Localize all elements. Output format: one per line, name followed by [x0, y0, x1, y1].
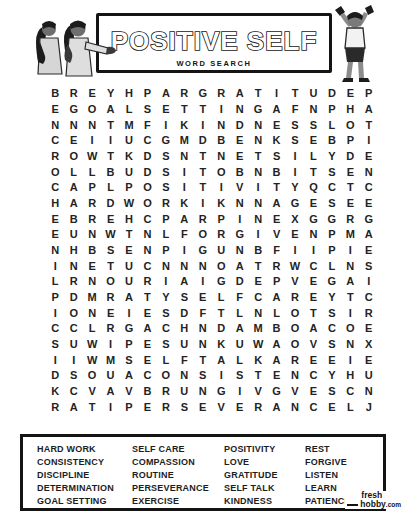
grid-cell[interactable]: I	[212, 180, 230, 196]
grid-cell[interactable]: L	[323, 258, 341, 274]
grid-cell[interactable]: N	[212, 117, 230, 133]
grid-cell[interactable]: E	[138, 352, 156, 368]
grid-cell[interactable]: A	[230, 86, 248, 102]
grid-cell[interactable]: R	[64, 274, 82, 290]
grid-cell[interactable]: L	[341, 399, 359, 415]
grid-cell[interactable]: L	[230, 305, 248, 321]
grid-cell[interactable]: A	[175, 211, 193, 227]
grid-cell[interactable]: O	[212, 164, 230, 180]
grid-cell[interactable]: E	[323, 352, 341, 368]
grid-cell[interactable]: A	[230, 321, 248, 337]
grid-cell[interactable]: U	[212, 243, 230, 259]
grid-cell[interactable]: F	[175, 352, 193, 368]
grid-cell[interactable]: H	[46, 196, 64, 212]
grid-cell[interactable]: N	[64, 258, 82, 274]
grid-cell[interactable]: F	[175, 227, 193, 243]
grid-cell[interactable]: N	[194, 258, 212, 274]
grid-cell[interactable]: S	[120, 352, 138, 368]
grid-cell[interactable]: S	[323, 305, 341, 321]
grid-cell[interactable]: N	[249, 164, 267, 180]
grid-cell[interactable]: S	[101, 243, 119, 259]
grid-cell[interactable]: A	[304, 321, 322, 337]
grid-cell[interactable]: V	[304, 337, 322, 353]
grid-cell[interactable]: E	[304, 274, 322, 290]
grid-cell[interactable]: T	[212, 305, 230, 321]
grid-cell[interactable]: I	[304, 243, 322, 259]
grid-cell[interactable]: S	[323, 337, 341, 353]
grid-cell[interactable]: H	[64, 243, 82, 259]
grid-cell[interactable]: S	[323, 384, 341, 400]
grid-cell[interactable]: E	[286, 227, 304, 243]
grid-cell[interactable]: P	[120, 399, 138, 415]
grid-cell[interactable]: T	[249, 86, 267, 102]
grid-cell[interactable]: E	[157, 102, 175, 118]
grid-cell[interactable]: Y	[101, 86, 119, 102]
grid-cell[interactable]: Y	[323, 149, 341, 165]
grid-cell[interactable]: A	[120, 290, 138, 306]
grid-cell[interactable]: N	[83, 117, 101, 133]
grid-cell[interactable]: T	[286, 86, 304, 102]
grid-cell[interactable]: N	[360, 164, 378, 180]
grid-cell[interactable]: C	[46, 180, 64, 196]
grid-cell[interactable]: P	[157, 211, 175, 227]
grid-cell[interactable]: C	[341, 384, 359, 400]
grid-cell[interactable]: L	[323, 117, 341, 133]
grid-cell[interactable]: R	[64, 86, 82, 102]
grid-cell[interactable]: R	[212, 227, 230, 243]
grid-cell[interactable]: E	[304, 290, 322, 306]
grid-cell[interactable]: A	[64, 196, 82, 212]
grid-cell[interactable]: I	[101, 399, 119, 415]
grid-cell[interactable]: R	[341, 211, 359, 227]
grid-cell[interactable]: I	[46, 352, 64, 368]
grid-cell[interactable]: E	[341, 196, 359, 212]
grid-cell[interactable]: R	[101, 290, 119, 306]
grid-cell[interactable]: G	[120, 321, 138, 337]
grid-cell[interactable]: D	[138, 149, 156, 165]
grid-cell[interactable]: T	[194, 149, 212, 165]
grid-cell[interactable]: A	[212, 352, 230, 368]
grid-cell[interactable]: S	[157, 180, 175, 196]
grid-cell[interactable]: M	[249, 321, 267, 337]
grid-cell[interactable]: I	[249, 227, 267, 243]
grid-cell[interactable]: E	[341, 86, 359, 102]
grid-cell[interactable]: O	[138, 196, 156, 212]
grid-cell[interactable]: K	[175, 196, 193, 212]
grid-cell[interactable]: O	[286, 321, 304, 337]
grid-cell[interactable]: X	[360, 337, 378, 353]
grid-cell[interactable]: S	[157, 337, 175, 353]
grid-cell[interactable]: I	[120, 305, 138, 321]
grid-cell[interactable]: P	[46, 290, 64, 306]
grid-cell[interactable]: C	[138, 368, 156, 384]
grid-cell[interactable]: A	[267, 399, 285, 415]
grid-cell[interactable]: E	[64, 133, 82, 149]
grid-cell[interactable]: N	[249, 133, 267, 149]
grid-cell[interactable]: G	[230, 227, 248, 243]
grid-cell[interactable]: E	[46, 227, 64, 243]
grid-cell[interactable]: T	[249, 368, 267, 384]
grid-cell[interactable]: I	[286, 164, 304, 180]
grid-cell[interactable]: B	[64, 211, 82, 227]
grid-cell[interactable]: I	[194, 117, 212, 133]
grid-cell[interactable]: E	[194, 290, 212, 306]
grid-cell[interactable]: N	[46, 117, 64, 133]
grid-cell[interactable]: N	[230, 102, 248, 118]
grid-cell[interactable]: L	[83, 321, 101, 337]
grid-cell[interactable]: I	[175, 164, 193, 180]
grid-cell[interactable]: I	[212, 368, 230, 384]
grid-cell[interactable]: E	[46, 211, 64, 227]
grid-cell[interactable]: N	[249, 196, 267, 212]
grid-cell[interactable]: W	[83, 337, 101, 353]
grid-cell[interactable]: P	[138, 86, 156, 102]
grid-cell[interactable]: B	[249, 243, 267, 259]
grid-cell[interactable]: E	[360, 149, 378, 165]
grid-cell[interactable]: N	[286, 368, 304, 384]
grid-cell[interactable]: F	[286, 102, 304, 118]
grid-cell[interactable]: I	[249, 180, 267, 196]
grid-cell[interactable]: S	[360, 258, 378, 274]
grid-cell[interactable]: E	[230, 133, 248, 149]
grid-cell[interactable]: R	[286, 352, 304, 368]
grid-cell[interactable]: V	[249, 384, 267, 400]
grid-cell[interactable]: M	[120, 117, 138, 133]
grid-cell[interactable]: B	[212, 133, 230, 149]
grid-cell[interactable]: N	[249, 305, 267, 321]
grid-cell[interactable]: Y	[323, 290, 341, 306]
grid-cell[interactable]: E	[230, 149, 248, 165]
grid-cell[interactable]: B	[267, 164, 285, 180]
grid-cell[interactable]: T	[101, 149, 119, 165]
grid-cell[interactable]: I	[341, 243, 359, 259]
grid-cell[interactable]: N	[194, 337, 212, 353]
grid-cell[interactable]: C	[46, 321, 64, 337]
grid-cell[interactable]: C	[157, 321, 175, 337]
grid-cell[interactable]: G	[323, 211, 341, 227]
grid-cell[interactable]: E	[101, 305, 119, 321]
grid-cell[interactable]: S	[304, 117, 322, 133]
grid-cell[interactable]: E	[267, 211, 285, 227]
grid-cell[interactable]: L	[157, 352, 175, 368]
grid-cell[interactable]: I	[341, 305, 359, 321]
grid-cell[interactable]: L	[101, 180, 119, 196]
grid-cell[interactable]: D	[64, 290, 82, 306]
grid-cell[interactable]: N	[83, 227, 101, 243]
grid-cell[interactable]: M	[101, 352, 119, 368]
grid-cell[interactable]: N	[360, 384, 378, 400]
grid-cell[interactable]: D	[46, 368, 64, 384]
grid-cell[interactable]: R	[101, 321, 119, 337]
grid-cell[interactable]: E	[230, 399, 248, 415]
grid-cell[interactable]: A	[360, 227, 378, 243]
grid-cell[interactable]: M	[83, 290, 101, 306]
grid-cell[interactable]: G	[157, 133, 175, 149]
grid-cell[interactable]: N	[83, 274, 101, 290]
grid-cell[interactable]: A	[101, 102, 119, 118]
grid-cell[interactable]: T	[249, 258, 267, 274]
grid-cell[interactable]: R	[360, 305, 378, 321]
grid-cell[interactable]: H	[175, 321, 193, 337]
grid-cell[interactable]: E	[304, 196, 322, 212]
grid-cell[interactable]: O	[64, 149, 82, 165]
grid-cell[interactable]: R	[138, 274, 156, 290]
grid-cell[interactable]: D	[212, 321, 230, 337]
grid-cell[interactable]: E	[323, 399, 341, 415]
grid-cell[interactable]: O	[286, 337, 304, 353]
grid-cell[interactable]: E	[360, 243, 378, 259]
grid-cell[interactable]: B	[230, 164, 248, 180]
grid-cell[interactable]: S	[157, 149, 175, 165]
grid-cell[interactable]: O	[341, 117, 359, 133]
grid-cell[interactable]: S	[194, 368, 212, 384]
grid-cell[interactable]: R	[286, 290, 304, 306]
grid-cell[interactable]: E	[83, 86, 101, 102]
grid-cell[interactable]: I	[175, 180, 193, 196]
grid-cell[interactable]: C	[64, 321, 82, 337]
grid-cell[interactable]: T	[341, 290, 359, 306]
grid-cell[interactable]: G	[194, 86, 212, 102]
grid-cell[interactable]: G	[249, 102, 267, 118]
grid-cell[interactable]: C	[304, 399, 322, 415]
grid-cell[interactable]: I	[175, 243, 193, 259]
grid-cell[interactable]: Y	[157, 290, 175, 306]
grid-cell[interactable]: E	[267, 368, 285, 384]
grid-cell[interactable]: A	[175, 274, 193, 290]
grid-cell[interactable]: K	[212, 196, 230, 212]
grid-cell[interactable]: L	[64, 164, 82, 180]
grid-cell[interactable]: U	[64, 227, 82, 243]
grid-cell[interactable]: V	[286, 274, 304, 290]
grid-cell[interactable]: F	[138, 117, 156, 133]
grid-cell[interactable]: B	[46, 86, 64, 102]
grid-cell[interactable]: R	[249, 399, 267, 415]
grid-cell[interactable]: P	[267, 274, 285, 290]
grid-cell[interactable]: O	[83, 368, 101, 384]
grid-cell[interactable]: J	[360, 399, 378, 415]
grid-cell[interactable]: P	[341, 133, 359, 149]
grid-cell[interactable]: A	[101, 384, 119, 400]
grid-cell[interactable]: W	[286, 258, 304, 274]
grid-cell[interactable]: E	[46, 102, 64, 118]
grid-cell[interactable]: D	[323, 86, 341, 102]
grid-cell[interactable]: T	[138, 290, 156, 306]
grid-cell[interactable]: V	[267, 227, 285, 243]
grid-cell[interactable]: C	[138, 211, 156, 227]
grid-cell[interactable]: A	[64, 399, 82, 415]
grid-cell[interactable]: S	[64, 368, 82, 384]
grid-cell[interactable]: E	[83, 258, 101, 274]
grid-cell[interactable]: I	[46, 305, 64, 321]
grid-cell[interactable]: G	[212, 274, 230, 290]
grid-cell[interactable]: A	[267, 290, 285, 306]
grid-cell[interactable]: I	[157, 117, 175, 133]
grid-cell[interactable]: G	[64, 102, 82, 118]
grid-cell[interactable]: O	[83, 102, 101, 118]
grid-cell[interactable]: S	[46, 337, 64, 353]
grid-cell[interactable]: E	[249, 274, 267, 290]
grid-cell[interactable]: A	[267, 352, 285, 368]
grid-cell[interactable]: P	[323, 243, 341, 259]
grid-cell[interactable]: O	[341, 321, 359, 337]
grid-cell[interactable]: L	[120, 102, 138, 118]
grid-cell[interactable]: C	[323, 180, 341, 196]
grid-cell[interactable]: E	[138, 337, 156, 353]
grid-cell[interactable]: V	[83, 384, 101, 400]
grid-cell[interactable]: G	[212, 384, 230, 400]
grid-cell[interactable]: L	[304, 149, 322, 165]
grid-cell[interactable]: E	[194, 399, 212, 415]
grid-cell[interactable]: T	[83, 399, 101, 415]
grid-cell[interactable]: T	[360, 117, 378, 133]
grid-cell[interactable]: Q	[304, 180, 322, 196]
grid-cell[interactable]: I	[101, 133, 119, 149]
grid-cell[interactable]: E	[101, 211, 119, 227]
grid-cell[interactable]: E	[360, 196, 378, 212]
grid-cell[interactable]: T	[101, 258, 119, 274]
grid-cell[interactable]: D	[101, 196, 119, 212]
grid-cell[interactable]: N	[304, 102, 322, 118]
grid-cell[interactable]: U	[120, 164, 138, 180]
grid-cell[interactable]: C	[138, 258, 156, 274]
grid-cell[interactable]: L	[230, 352, 248, 368]
grid-cell[interactable]: X	[286, 211, 304, 227]
grid-cell[interactable]: T	[194, 164, 212, 180]
grid-cell[interactable]: U	[120, 274, 138, 290]
grid-cell[interactable]: W	[120, 196, 138, 212]
grid-cell[interactable]: M	[341, 227, 359, 243]
grid-cell[interactable]: I	[360, 274, 378, 290]
grid-cell[interactable]: Y	[323, 368, 341, 384]
grid-cell[interactable]: K	[267, 133, 285, 149]
grid-cell[interactable]: E	[267, 117, 285, 133]
grid-cell[interactable]: V	[212, 399, 230, 415]
grid-cell[interactable]: A	[360, 102, 378, 118]
grid-cell[interactable]: S	[138, 102, 156, 118]
grid-cell[interactable]: W	[101, 227, 119, 243]
grid-cell[interactable]: E	[360, 321, 378, 337]
grid-cell[interactable]: Y	[286, 180, 304, 196]
grid-cell[interactable]: A	[120, 368, 138, 384]
grid-cell[interactable]: I	[286, 243, 304, 259]
grid-cell[interactable]: H	[120, 86, 138, 102]
grid-cell[interactable]: N	[304, 227, 322, 243]
grid-cell[interactable]: S	[286, 133, 304, 149]
grid-cell[interactable]: S	[286, 117, 304, 133]
grid-cell[interactable]: U	[120, 133, 138, 149]
grid-cell[interactable]: T	[194, 352, 212, 368]
grid-cell[interactable]: W	[249, 337, 267, 353]
grid-cell[interactable]: O	[157, 368, 175, 384]
grid-cell[interactable]: R	[46, 399, 64, 415]
grid-cell[interactable]: C	[360, 180, 378, 196]
grid-cell[interactable]: N	[249, 117, 267, 133]
grid-cell[interactable]: W	[83, 149, 101, 165]
grid-cell[interactable]: I	[194, 196, 212, 212]
grid-cell[interactable]: R	[157, 399, 175, 415]
grid-cell[interactable]: C	[46, 133, 64, 149]
grid-cell[interactable]: C	[249, 290, 267, 306]
grid-cell[interactable]: A	[64, 180, 82, 196]
grid-cell[interactable]: A	[267, 337, 285, 353]
grid-cell[interactable]: V	[286, 384, 304, 400]
grid-cell[interactable]: I	[286, 149, 304, 165]
grid-cell[interactable]: G	[360, 211, 378, 227]
grid-cell[interactable]: V	[230, 180, 248, 196]
grid-cell[interactable]: F	[194, 305, 212, 321]
grid-cell[interactable]: U	[101, 368, 119, 384]
grid-cell[interactable]: L	[267, 305, 285, 321]
grid-cell[interactable]: H	[120, 211, 138, 227]
grid-cell[interactable]: P	[323, 227, 341, 243]
grid-cell[interactable]: R	[157, 384, 175, 400]
grid-cell[interactable]: U	[175, 337, 193, 353]
grid-cell[interactable]: F	[230, 290, 248, 306]
grid-cell[interactable]: S	[323, 164, 341, 180]
grid-cell[interactable]: U	[175, 384, 193, 400]
grid-cell[interactable]: K	[120, 149, 138, 165]
grid-cell[interactable]: S	[157, 164, 175, 180]
grid-cell[interactable]: I	[341, 352, 359, 368]
grid-cell[interactable]: L	[157, 227, 175, 243]
grid-cell[interactable]: T	[120, 227, 138, 243]
grid-cell[interactable]: T	[341, 180, 359, 196]
grid-cell[interactable]: N	[341, 258, 359, 274]
grid-cell[interactable]: N	[175, 258, 193, 274]
grid-cell[interactable]: A	[157, 86, 175, 102]
grid-cell[interactable]: I	[212, 102, 230, 118]
grid-cell[interactable]: U	[360, 368, 378, 384]
grid-cell[interactable]: T	[249, 149, 267, 165]
grid-cell[interactable]: I	[230, 211, 248, 227]
grid-cell[interactable]: N	[138, 227, 156, 243]
grid-cell[interactable]: I	[230, 384, 248, 400]
grid-cell[interactable]: A	[267, 196, 285, 212]
grid-cell[interactable]: A	[267, 102, 285, 118]
grid-cell[interactable]: G	[194, 243, 212, 259]
grid-cell[interactable]: M	[175, 133, 193, 149]
grid-cell[interactable]: C	[304, 368, 322, 384]
grid-cell[interactable]: O	[194, 227, 212, 243]
grid-cell[interactable]: N	[194, 321, 212, 337]
grid-cell[interactable]: O	[64, 305, 82, 321]
grid-cell[interactable]: U	[64, 337, 82, 353]
grid-cell[interactable]: T	[304, 305, 322, 321]
grid-cell[interactable]: N	[286, 399, 304, 415]
grid-cell[interactable]: R	[83, 211, 101, 227]
grid-cell[interactable]: N	[83, 305, 101, 321]
grid-cell[interactable]: T	[304, 164, 322, 180]
grid-cell[interactable]: R	[194, 211, 212, 227]
grid-cell[interactable]: L	[46, 274, 64, 290]
grid-cell[interactable]: C	[323, 321, 341, 337]
grid-cell[interactable]: S	[175, 399, 193, 415]
grid-cell[interactable]: R	[267, 258, 285, 274]
grid-cell[interactable]: E	[138, 399, 156, 415]
grid-cell[interactable]: I	[64, 352, 82, 368]
grid-cell[interactable]: P	[360, 86, 378, 102]
grid-cell[interactable]: R	[175, 86, 193, 102]
grid-cell[interactable]: H	[341, 368, 359, 384]
grid-cell[interactable]: K	[212, 337, 230, 353]
grid-cell[interactable]: W	[83, 352, 101, 368]
grid-cell[interactable]: U	[304, 86, 322, 102]
grid-cell[interactable]: N	[194, 384, 212, 400]
grid-cell[interactable]: G	[267, 384, 285, 400]
grid-cell[interactable]: B	[138, 384, 156, 400]
grid-cell[interactable]: E	[120, 243, 138, 259]
grid-cell[interactable]: E	[304, 133, 322, 149]
